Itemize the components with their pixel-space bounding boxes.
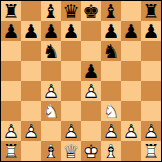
square-b4[interactable] [21, 81, 41, 101]
chess-board: ♜♝♛♚♝♜♟♟♟♟♟♟♟♞♞♟♟♟♞♞♟♟♟♟♟♟♜♝♛♚♝♜ [0, 0, 162, 162]
piece-black-rook[interactable]: ♜ [141, 1, 161, 21]
square-g2[interactable]: ♟ [121, 121, 141, 141]
piece-white-knight[interactable]: ♞ [41, 101, 61, 121]
square-f3[interactable]: ♞ [101, 101, 121, 121]
piece-black-pawn[interactable]: ♟ [41, 21, 61, 41]
piece-white-pawn[interactable]: ♟ [101, 121, 121, 141]
square-e2[interactable] [81, 121, 101, 141]
square-d2[interactable]: ♟ [61, 121, 81, 141]
square-a4[interactable] [1, 81, 21, 101]
square-a5[interactable] [1, 61, 21, 81]
piece-black-pawn[interactable]: ♟ [61, 21, 81, 41]
square-d8[interactable]: ♛ [61, 1, 81, 21]
square-a3[interactable] [1, 101, 21, 121]
square-c8[interactable]: ♝ [41, 1, 61, 21]
square-c3[interactable]: ♞ [41, 101, 61, 121]
piece-white-queen[interactable]: ♛ [61, 141, 81, 161]
square-c4[interactable]: ♟ [41, 81, 61, 101]
square-b3[interactable] [21, 101, 41, 121]
piece-black-queen[interactable]: ♛ [61, 1, 81, 21]
piece-black-knight[interactable]: ♞ [41, 41, 61, 61]
square-b7[interactable]: ♟ [21, 21, 41, 41]
square-b8[interactable] [21, 1, 41, 21]
square-d5[interactable] [61, 61, 81, 81]
square-e6[interactable] [81, 41, 101, 61]
square-c6[interactable]: ♞ [41, 41, 61, 61]
piece-white-rook[interactable]: ♜ [1, 141, 21, 161]
piece-black-pawn[interactable]: ♟ [121, 21, 141, 41]
square-h8[interactable]: ♜ [141, 1, 161, 21]
square-g7[interactable]: ♟ [121, 21, 141, 41]
square-h3[interactable] [141, 101, 161, 121]
piece-white-pawn[interactable]: ♟ [41, 81, 61, 101]
piece-black-pawn[interactable]: ♟ [101, 21, 121, 41]
piece-white-bishop[interactable]: ♝ [41, 141, 61, 161]
square-d4[interactable] [61, 81, 81, 101]
piece-black-king[interactable]: ♚ [81, 1, 101, 21]
square-f6[interactable]: ♞ [101, 41, 121, 61]
square-a6[interactable] [1, 41, 21, 61]
piece-black-pawn[interactable]: ♟ [1, 21, 21, 41]
piece-white-bishop[interactable]: ♝ [101, 141, 121, 161]
piece-black-rook[interactable]: ♜ [1, 1, 21, 21]
piece-white-pawn[interactable]: ♟ [81, 81, 101, 101]
square-e1[interactable]: ♚ [81, 141, 101, 161]
piece-white-knight[interactable]: ♞ [101, 101, 121, 121]
piece-white-pawn[interactable]: ♟ [61, 121, 81, 141]
piece-black-bishop[interactable]: ♝ [41, 1, 61, 21]
square-g6[interactable] [121, 41, 141, 61]
piece-black-bishop[interactable]: ♝ [101, 1, 121, 21]
square-c7[interactable]: ♟ [41, 21, 61, 41]
square-d6[interactable] [61, 41, 81, 61]
square-e5[interactable]: ♟ [81, 61, 101, 81]
square-g3[interactable] [121, 101, 141, 121]
square-c1[interactable]: ♝ [41, 141, 61, 161]
square-h1[interactable]: ♜ [141, 141, 161, 161]
square-b6[interactable] [21, 41, 41, 61]
piece-black-pawn[interactable]: ♟ [81, 61, 101, 81]
piece-black-knight[interactable]: ♞ [101, 41, 121, 61]
square-a8[interactable]: ♜ [1, 1, 21, 21]
square-a1[interactable]: ♜ [1, 141, 21, 161]
square-f8[interactable]: ♝ [101, 1, 121, 21]
square-h6[interactable] [141, 41, 161, 61]
piece-white-rook[interactable]: ♜ [141, 141, 161, 161]
square-e3[interactable] [81, 101, 101, 121]
piece-black-pawn[interactable]: ♟ [21, 21, 41, 41]
piece-white-pawn[interactable]: ♟ [141, 121, 161, 141]
square-f1[interactable]: ♝ [101, 141, 121, 161]
piece-white-pawn[interactable]: ♟ [21, 121, 41, 141]
piece-black-pawn[interactable]: ♟ [141, 21, 161, 41]
square-h7[interactable]: ♟ [141, 21, 161, 41]
square-h5[interactable] [141, 61, 161, 81]
square-c2[interactable] [41, 121, 61, 141]
square-d1[interactable]: ♛ [61, 141, 81, 161]
square-e8[interactable]: ♚ [81, 1, 101, 21]
square-a2[interactable]: ♟ [1, 121, 21, 141]
square-d7[interactable]: ♟ [61, 21, 81, 41]
square-f4[interactable] [101, 81, 121, 101]
square-f5[interactable] [101, 61, 121, 81]
square-g4[interactable] [121, 81, 141, 101]
square-b2[interactable]: ♟ [21, 121, 41, 141]
square-a7[interactable]: ♟ [1, 21, 21, 41]
square-f2[interactable]: ♟ [101, 121, 121, 141]
square-c5[interactable] [41, 61, 61, 81]
square-g8[interactable] [121, 1, 141, 21]
square-b1[interactable] [21, 141, 41, 161]
square-d3[interactable] [61, 101, 81, 121]
square-e4[interactable]: ♟ [81, 81, 101, 101]
piece-white-king[interactable]: ♚ [81, 141, 101, 161]
square-g1[interactable] [121, 141, 141, 161]
piece-white-pawn[interactable]: ♟ [1, 121, 21, 141]
square-b5[interactable] [21, 61, 41, 81]
square-g5[interactable] [121, 61, 141, 81]
square-e7[interactable] [81, 21, 101, 41]
square-h2[interactable]: ♟ [141, 121, 161, 141]
piece-white-pawn[interactable]: ♟ [121, 121, 141, 141]
square-f7[interactable]: ♟ [101, 21, 121, 41]
square-h4[interactable] [141, 81, 161, 101]
